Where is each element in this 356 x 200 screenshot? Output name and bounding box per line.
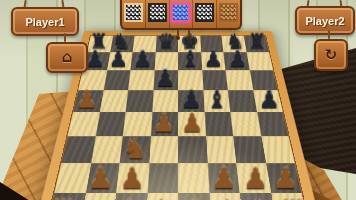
square-h7[interactable]	[246, 52, 273, 70]
home-button[interactable]: ⌂	[46, 42, 88, 73]
square-b2[interactable]: ♟	[85, 163, 119, 193]
piece-black-pawn[interactable]: ♟	[227, 47, 247, 69]
piece-white-pawn[interactable]: ♟	[211, 163, 237, 192]
game-screen: ♜♞♛♚♞♜♟♟♟♝♟♟♟♟♟♝♟♟♟♞♟♟♟♟♟♜♝♛♚♝♞♜ Player1…	[0, 0, 356, 200]
square-g7[interactable]: ♟	[223, 52, 249, 70]
piece-white-pawn[interactable]: ♟	[273, 163, 299, 192]
square-e1[interactable]: ♚	[178, 193, 211, 200]
square-d4[interactable]: ♟	[150, 112, 178, 136]
piece-white-pawn[interactable]: ♟	[180, 110, 203, 136]
home-icon: ⌂	[62, 50, 73, 65]
square-g4[interactable]	[230, 112, 260, 136]
square-f4[interactable]	[204, 112, 233, 136]
square-e4[interactable]: ♟	[178, 112, 206, 136]
square-c1[interactable]: ♝	[112, 193, 147, 200]
square-f5[interactable]: ♝	[203, 90, 230, 112]
tassel-string	[177, 30, 179, 37]
player1-label: Player1	[25, 16, 64, 28]
square-d8[interactable]: ♛	[155, 36, 178, 53]
theme-slot	[217, 0, 240, 28]
square-g2[interactable]: ♟	[236, 163, 270, 193]
square-b7[interactable]: ♟	[107, 52, 133, 70]
square-c3[interactable]: ♞	[120, 136, 151, 163]
square-g5[interactable]	[228, 90, 257, 112]
piece-white-king[interactable]: ♚	[181, 196, 208, 200]
piece-black-pawn[interactable]: ♟	[132, 47, 152, 69]
square-b3[interactable]	[91, 136, 123, 163]
piece-black-pawn[interactable]: ♟	[259, 87, 281, 111]
theme-blue-selected[interactable]	[171, 3, 190, 22]
square-a4[interactable]	[68, 112, 100, 136]
square-g6[interactable]	[226, 70, 253, 90]
square-a1[interactable]: ♜	[46, 193, 85, 200]
piece-black-pawn[interactable]: ♟	[155, 66, 176, 89]
player1-sign: Player1	[11, 7, 79, 36]
square-e3[interactable]	[178, 136, 207, 163]
theme-classic-tan-frame[interactable]	[124, 3, 143, 22]
piece-black-queen[interactable]: ♛	[157, 30, 176, 51]
square-b5[interactable]	[99, 90, 128, 112]
square-b4[interactable]	[95, 112, 125, 136]
piece-white-pawn[interactable]: ♟	[242, 163, 268, 192]
piece-black-bishop[interactable]: ♝	[206, 87, 228, 111]
square-d6[interactable]: ♟	[153, 70, 178, 90]
square-f2[interactable]: ♟	[207, 163, 240, 193]
piece-black-rook[interactable]: ♜	[248, 30, 267, 51]
button-string	[328, 30, 330, 39]
piece-white-pawn[interactable]: ♟	[153, 110, 176, 136]
board-theme-selector	[120, 0, 242, 30]
square-a5[interactable]: ♟	[73, 90, 103, 112]
piece-white-rook[interactable]: ♜	[279, 196, 306, 200]
theme-slot	[170, 0, 194, 28]
player2-sign: Player2	[295, 6, 355, 35]
square-e7[interactable]: ♝	[178, 52, 202, 70]
piece-white-pawn[interactable]: ♟	[88, 163, 114, 192]
restart-icon: ↻	[325, 48, 338, 63]
square-c2[interactable]: ♟	[116, 163, 149, 193]
piece-white-pawn[interactable]: ♟	[119, 163, 145, 192]
square-f3[interactable]	[206, 136, 237, 163]
square-h4[interactable]	[257, 112, 289, 136]
square-h1[interactable]: ♜	[271, 193, 310, 200]
theme-slot	[146, 0, 170, 28]
square-c6[interactable]	[128, 70, 154, 90]
theme-classic-dark-frame[interactable]	[148, 3, 167, 22]
square-d3[interactable]	[149, 136, 178, 163]
piece-white-knight[interactable]: ♞	[246, 196, 273, 200]
piece-white-knight[interactable]: ♞	[122, 135, 146, 162]
theme-slot	[193, 0, 217, 28]
square-e2[interactable]	[178, 163, 209, 193]
square-d2[interactable]	[147, 163, 178, 193]
square-h3[interactable]	[261, 136, 295, 163]
square-b6[interactable]	[103, 70, 130, 90]
theme-wood[interactable]	[219, 3, 238, 22]
square-g1[interactable]: ♞	[240, 193, 277, 200]
square-c5[interactable]	[126, 90, 153, 112]
square-h2[interactable]: ♟	[265, 163, 301, 193]
piece-black-pawn[interactable]: ♟	[109, 47, 129, 69]
piece-white-pawn[interactable]: ♟	[76, 87, 98, 111]
player2-label: Player2	[305, 15, 344, 27]
piece-black-pawn[interactable]: ♟	[204, 47, 224, 69]
square-c7[interactable]: ♟	[130, 52, 155, 70]
piece-black-bishop[interactable]: ♝	[180, 47, 200, 69]
piece-white-queen[interactable]: ♛	[148, 196, 175, 200]
theme-classic-dark-frame-2[interactable]	[195, 3, 214, 22]
square-h5[interactable]: ♟	[253, 90, 283, 112]
piece-white-bishop[interactable]: ♝	[115, 196, 142, 200]
square-b1[interactable]	[79, 193, 116, 200]
tassel-string	[188, 30, 190, 37]
piece-white-bishop[interactable]: ♝	[214, 196, 241, 200]
restart-button[interactable]: ↻	[314, 39, 348, 71]
piece-white-rook[interactable]: ♜	[50, 196, 77, 200]
square-f7[interactable]: ♟	[201, 52, 226, 70]
button-string	[64, 33, 66, 42]
square-f1[interactable]: ♝	[209, 193, 244, 200]
theme-slot	[122, 0, 146, 28]
square-d1[interactable]: ♛	[145, 193, 178, 200]
